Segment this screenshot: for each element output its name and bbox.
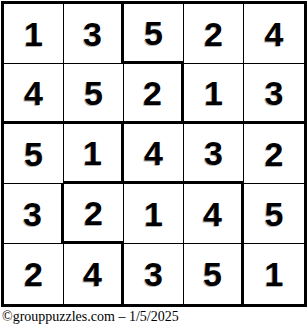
cell-r1c2: 3 <box>64 4 124 64</box>
cell-r2c1: 4 <box>4 64 64 124</box>
cell-digit: 5 <box>144 16 163 50</box>
cell-digit: 4 <box>265 17 284 51</box>
cell-r4c5: 5 <box>244 184 304 244</box>
cell-r3c3: 4 <box>124 124 184 184</box>
cell-r4c3: 1 <box>124 184 184 244</box>
cell-r2c2: 5 <box>64 64 124 124</box>
sudoku-board: 1352445213514323214524351 <box>1 1 307 307</box>
cell-r3c4: 3 <box>184 124 244 184</box>
cell-digit: 5 <box>265 197 284 231</box>
cell-r4c1: 3 <box>4 184 64 244</box>
puzzle-page: 1352445213514323214524351 ©grouppuzzles.… <box>0 0 308 329</box>
copyright-caption: ©grouppuzzles.com – 1/5/2025 <box>2 309 179 325</box>
cell-digit: 4 <box>203 197 222 231</box>
cell-digit: 3 <box>204 136 223 170</box>
cell-digit: 5 <box>24 137 43 171</box>
cell-digit: 5 <box>84 76 103 110</box>
cell-digit: 1 <box>265 257 284 291</box>
cell-r5c2: 4 <box>64 244 124 304</box>
cell-r5c5: 1 <box>244 244 304 304</box>
cell-digit: 2 <box>24 257 43 291</box>
cell-digit: 2 <box>84 196 103 230</box>
cell-r3c2: 1 <box>64 124 124 184</box>
cell-r1c1: 1 <box>4 4 64 64</box>
cell-r1c3: 5 <box>124 4 184 64</box>
cell-digit: 1 <box>204 76 223 110</box>
cell-digit: 3 <box>23 197 42 231</box>
cell-r1c5: 4 <box>244 4 304 64</box>
cell-digit: 1 <box>144 197 163 231</box>
cell-digit: 5 <box>203 257 222 291</box>
cell-digit: 4 <box>83 257 102 291</box>
cell-digit: 3 <box>83 17 102 51</box>
cell-digit: 3 <box>144 257 163 291</box>
cell-digit: 4 <box>24 76 43 110</box>
cell-digit: 2 <box>143 76 162 110</box>
cell-r5c4: 5 <box>184 244 244 304</box>
cell-digit: 4 <box>144 136 163 170</box>
cell-digit: 2 <box>265 137 284 171</box>
cell-r3c5: 2 <box>244 124 304 184</box>
cell-r4c2: 2 <box>64 184 124 244</box>
cell-r5c3: 3 <box>124 244 184 304</box>
cell-digit: 1 <box>24 17 43 51</box>
cell-digit: 3 <box>265 76 284 110</box>
cell-r3c1: 5 <box>4 124 64 184</box>
cell-r5c1: 2 <box>4 244 64 304</box>
cell-r2c3: 2 <box>124 64 184 124</box>
cell-r2c5: 3 <box>244 64 304 124</box>
cell-digit: 1 <box>83 136 102 170</box>
cell-r1c4: 2 <box>184 4 244 64</box>
cell-r2c4: 1 <box>184 64 244 124</box>
cell-r4c4: 4 <box>184 184 244 244</box>
cell-digit: 2 <box>204 17 223 51</box>
